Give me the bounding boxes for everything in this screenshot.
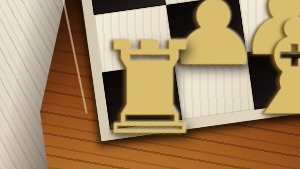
square-a1[interactable]: ♜	[102, 62, 182, 130]
white-bishop-glyph: ♝	[236, 3, 300, 133]
piece-white-bishop-c1[interactable]: ♝	[219, 0, 300, 113]
chess-photo-stage: ♟♟♜♝	[0, 0, 300, 169]
piece-white-rook-a1[interactable]: ♜	[75, 18, 203, 133]
white-rook-glyph: ♜	[92, 25, 207, 153]
square-c1[interactable]: ♝	[247, 42, 300, 110]
